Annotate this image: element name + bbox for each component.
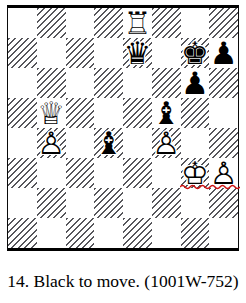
square-a1	[8, 218, 37, 248]
square-g2	[181, 188, 210, 218]
square-b4: ♟♙	[37, 128, 66, 158]
square-f8	[152, 8, 181, 38]
square-d7	[94, 38, 123, 68]
black-bishop-d4: ♝♝	[94, 128, 123, 158]
white-pawn-h3: ♟♙	[209, 158, 238, 188]
square-d4: ♝♝	[94, 128, 123, 158]
piece-glyph: ♙	[37, 128, 66, 158]
square-f1	[152, 218, 181, 248]
square-d2	[94, 188, 123, 218]
white-pawn-b4: ♟♙	[37, 128, 66, 158]
piece-glyph: ♚	[181, 38, 210, 68]
square-h1	[209, 218, 238, 248]
square-d8	[94, 8, 123, 38]
square-f7	[152, 38, 181, 68]
square-d3	[94, 158, 123, 188]
piece-glyph: ♔	[181, 158, 210, 188]
piece-glyph: ♝	[152, 98, 181, 128]
square-b6	[37, 68, 66, 98]
square-g8	[181, 8, 210, 38]
square-c7	[66, 38, 95, 68]
square-c5	[66, 98, 95, 128]
square-g4	[181, 128, 210, 158]
square-h6	[209, 68, 238, 98]
black-bishop-f5: ♝♝	[152, 98, 181, 128]
square-g6: ♟♟	[181, 68, 210, 98]
square-e1	[123, 218, 152, 248]
square-e8: ♜♖	[123, 8, 152, 38]
square-b3	[37, 158, 66, 188]
square-a2	[8, 188, 37, 218]
square-c3	[66, 158, 95, 188]
square-f6	[152, 68, 181, 98]
white-rook-e8: ♜♖	[123, 8, 152, 38]
white-queen-b5: ♛♕	[37, 98, 66, 128]
square-e2	[123, 188, 152, 218]
piece-glyph: ♖	[123, 8, 152, 38]
square-f5: ♝♝	[152, 98, 181, 128]
square-a3	[8, 158, 37, 188]
square-f3	[152, 158, 181, 188]
square-h2	[209, 188, 238, 218]
square-a6	[8, 68, 37, 98]
square-a8	[8, 8, 37, 38]
square-h5	[209, 98, 238, 128]
square-c8	[66, 8, 95, 38]
piece-glyph: ♛	[123, 38, 152, 68]
square-e4	[123, 128, 152, 158]
square-e6	[123, 68, 152, 98]
square-a4	[8, 128, 37, 158]
white-pawn-f4: ♟♙	[152, 128, 181, 158]
white-king-g3: ♚♔	[181, 158, 210, 188]
diagram-caption: 14. Black to move. (1001W-752)	[0, 271, 246, 292]
square-a7	[8, 38, 37, 68]
chess-board: ♜♖♛♛♚♚♟♟♟♟♛♕♝♝♟♙♝♝♟♙♚♔♟♙	[7, 5, 239, 251]
square-b5: ♛♕	[37, 98, 66, 128]
square-f4: ♟♙	[152, 128, 181, 158]
square-h7: ♟♟	[209, 38, 238, 68]
square-h3: ♟♙	[209, 158, 238, 188]
black-queen-e7: ♛♛	[123, 38, 152, 68]
square-f2	[152, 188, 181, 218]
piece-glyph: ♙	[152, 128, 181, 158]
piece-glyph: ♙	[209, 158, 238, 188]
square-d1	[94, 218, 123, 248]
square-b7	[37, 38, 66, 68]
square-e5	[123, 98, 152, 128]
square-b8	[37, 8, 66, 38]
square-b1	[37, 218, 66, 248]
square-g5	[181, 98, 210, 128]
square-g7: ♚♚	[181, 38, 210, 68]
square-a5	[8, 98, 37, 128]
black-pawn-g6: ♟♟	[181, 68, 210, 98]
piece-glyph: ♟	[209, 38, 238, 68]
board-grid: ♜♖♛♛♚♚♟♟♟♟♛♕♝♝♟♙♝♝♟♙♚♔♟♙	[8, 8, 238, 248]
square-c1	[66, 218, 95, 248]
black-pawn-h7: ♟♟	[209, 38, 238, 68]
square-b2	[37, 188, 66, 218]
piece-glyph: ♝	[94, 128, 123, 158]
square-e7: ♛♛	[123, 38, 152, 68]
piece-glyph: ♟	[181, 68, 210, 98]
square-g3: ♚♔	[181, 158, 210, 188]
square-h8	[209, 8, 238, 38]
square-g1	[181, 218, 210, 248]
square-e3	[123, 158, 152, 188]
square-d5	[94, 98, 123, 128]
square-h4	[209, 128, 238, 158]
square-c4	[66, 128, 95, 158]
piece-glyph: ♕	[37, 98, 66, 128]
diagram-page: ♜♖♛♛♚♚♟♟♟♟♛♕♝♝♟♙♝♝♟♙♚♔♟♙ 14. Black to mo…	[0, 0, 246, 303]
square-c6	[66, 68, 95, 98]
square-d6	[94, 68, 123, 98]
black-king-g7: ♚♚	[181, 38, 210, 68]
square-c2	[66, 188, 95, 218]
